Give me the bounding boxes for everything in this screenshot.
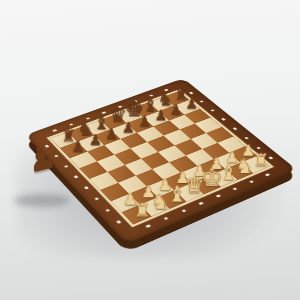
border-inlay-dot [265, 173, 270, 176]
border-inlay-dot [74, 175, 79, 178]
border-inlay-dot [232, 187, 237, 190]
piece-white-knight: ♞ [151, 192, 169, 213]
border-inlay-dot [94, 197, 99, 200]
border-inlay-dot [199, 202, 204, 205]
border-inlay-dot [105, 209, 110, 212]
border-inlay-dot [64, 165, 69, 168]
piece-white-rook: ♜ [253, 152, 269, 169]
border-inlay-dot [84, 186, 89, 189]
border-inlay-dot [249, 180, 254, 183]
border-inlay-dot [199, 100, 203, 102]
piece-white-bishop: ♝ [168, 183, 187, 204]
border-inlay-dot [145, 224, 150, 227]
border-inlay-dot [216, 194, 221, 197]
piece-white-queen: ♛ [185, 175, 205, 197]
piece-white-rook: ♜ [134, 201, 151, 220]
border-inlay-dot [189, 92, 193, 94]
border-inlay-dot [233, 127, 238, 130]
piece-black-pawn: ♟ [71, 139, 84, 154]
piece-black-pawn: ♟ [170, 103, 183, 117]
piece-black-pawn: ♟ [138, 114, 151, 129]
border-inlay-dot [268, 157, 273, 160]
piece-black-pawn: ♟ [185, 97, 198, 111]
border-inlay-dot [52, 129, 56, 132]
piece-black-pawn: ♟ [154, 108, 167, 122]
chessboard-scene: ♜♞♝♛♚♝♞♜♟♟♟♟♟♟♟♟♟♟♟♟♟♟♟♟♜♞♝♛♚♝♞♜ ♟ [0, 0, 300, 300]
piece-white-knight: ♞ [236, 156, 254, 176]
border-inlay-dot [116, 220, 121, 223]
piece-black-pawn: ♟ [105, 127, 118, 142]
photo-backdrop: ♜♞♝♛♚♝♞♜♟♟♟♟♟♟♟♟♟♟♟♟♟♟♟♟♜♞♝♛♚♝♞♜ ♟ [0, 0, 300, 300]
piece-black-pawn: ♟ [88, 133, 101, 148]
border-inlay-dot [181, 209, 186, 212]
border-inlay-dot [164, 217, 169, 220]
border-inlay-dot [244, 137, 249, 140]
border-inlay-dot [221, 118, 226, 121]
piece-black-pawn: ♟ [122, 120, 135, 135]
border-inlay-dot [210, 109, 214, 112]
fallen-pawn-shadow [14, 194, 70, 207]
